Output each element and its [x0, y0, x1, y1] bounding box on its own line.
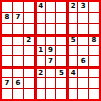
cell-r9c4-empty[interactable] [35, 89, 45, 99]
cell-r6c5-given-7: 7 [46, 56, 56, 66]
cell-r5c3-empty[interactable] [24, 46, 34, 56]
cell-r5c8-empty[interactable] [78, 46, 88, 56]
cell-r2c3-empty[interactable] [24, 13, 34, 23]
cell-r4c5-empty[interactable] [46, 35, 56, 45]
cell-r5c4-given-1: 1 [35, 46, 45, 56]
cell-r7c7-given-4: 4 [67, 67, 77, 77]
cell-r7c1-empty[interactable] [2, 67, 12, 77]
cell-r1c1-empty[interactable] [2, 2, 12, 12]
cell-r4c6-empty[interactable] [56, 35, 66, 45]
cell-r8c8-empty[interactable] [78, 78, 88, 88]
cell-r1c9-empty[interactable] [89, 2, 99, 12]
cell-r8c7-empty[interactable] [67, 78, 77, 88]
cell-r6c3-empty[interactable] [24, 56, 34, 66]
cell-r4c3-given-2: 2 [24, 35, 34, 45]
cell-r9c9-empty[interactable] [89, 89, 99, 99]
cell-r9c7-empty[interactable] [67, 89, 77, 99]
cell-r4c9-given-8: 8 [89, 35, 99, 45]
cell-r7c2-empty[interactable] [13, 67, 23, 77]
cell-r8c3-empty[interactable] [24, 78, 34, 88]
cell-r9c8-empty[interactable] [78, 89, 88, 99]
cell-r2c4-empty[interactable] [35, 13, 45, 23]
cell-r6c8-given-6: 6 [78, 56, 88, 66]
cell-r4c4-empty[interactable] [35, 35, 45, 45]
cell-r3c2-empty[interactable] [13, 24, 23, 34]
cell-r1c6-empty[interactable] [56, 2, 66, 12]
cell-r8c1-given-7: 7 [2, 78, 12, 88]
cell-r1c4-given-4: 4 [35, 2, 45, 12]
cell-r6c9-empty[interactable] [89, 56, 99, 66]
cell-r7c4-given-2: 2 [35, 67, 45, 77]
cell-r8c2-given-6: 6 [13, 78, 23, 88]
cell-r7c3-empty[interactable] [24, 67, 34, 77]
cell-r3c7-empty[interactable] [67, 24, 77, 34]
cell-r2c2-given-7: 7 [13, 13, 23, 23]
cell-r9c5-empty[interactable] [46, 89, 56, 99]
cell-r5c2-empty[interactable] [13, 46, 23, 56]
cell-r3c1-empty[interactable] [2, 24, 12, 34]
cell-r6c4-empty[interactable] [35, 56, 45, 66]
cell-r2c9-empty[interactable] [89, 13, 99, 23]
cell-r1c8-given-3: 3 [78, 2, 88, 12]
cell-r5c9-empty[interactable] [89, 46, 99, 56]
cell-r4c8-empty[interactable] [78, 35, 88, 45]
cell-r9c3-empty[interactable] [24, 89, 34, 99]
cell-r7c6-given-5: 5 [56, 67, 66, 77]
cell-r7c8-empty[interactable] [78, 67, 88, 77]
cell-r2c1-given-8: 8 [2, 13, 12, 23]
cell-r1c5-empty[interactable] [46, 2, 56, 12]
cell-r6c1-empty[interactable] [2, 56, 12, 66]
cell-r9c2-empty[interactable] [13, 89, 23, 99]
cell-r3c6-empty[interactable] [56, 24, 66, 34]
cell-r3c3-empty[interactable] [24, 24, 34, 34]
sudoku-board: 42387258197625476 [0, 0, 101, 101]
cell-r6c2-empty[interactable] [13, 56, 23, 66]
cell-r2c5-empty[interactable] [46, 13, 56, 23]
cell-r5c5-given-9: 9 [46, 46, 56, 56]
cell-r5c7-empty[interactable] [67, 46, 77, 56]
cell-r6c6-empty[interactable] [56, 56, 66, 66]
cell-r7c5-empty[interactable] [46, 67, 56, 77]
cell-r6c7-empty[interactable] [67, 56, 77, 66]
cell-r3c4-empty[interactable] [35, 24, 45, 34]
cell-r3c8-empty[interactable] [78, 24, 88, 34]
cell-r7c9-empty[interactable] [89, 67, 99, 77]
cell-r1c7-given-2: 2 [67, 2, 77, 12]
cell-r2c7-empty[interactable] [67, 13, 77, 23]
cell-r2c6-empty[interactable] [56, 13, 66, 23]
cell-r3c5-empty[interactable] [46, 24, 56, 34]
cell-r8c9-empty[interactable] [89, 78, 99, 88]
cell-r1c2-empty[interactable] [13, 2, 23, 12]
cell-r4c1-empty[interactable] [2, 35, 12, 45]
cell-r8c6-empty[interactable] [56, 78, 66, 88]
cell-r4c2-empty[interactable] [13, 35, 23, 45]
cell-r4c7-given-5: 5 [67, 35, 77, 45]
cell-r2c8-empty[interactable] [78, 13, 88, 23]
cell-r8c4-empty[interactable] [35, 78, 45, 88]
cell-r1c3-empty[interactable] [24, 2, 34, 12]
cell-r5c6-empty[interactable] [56, 46, 66, 56]
cell-r5c1-empty[interactable] [2, 46, 12, 56]
cell-r9c6-empty[interactable] [56, 89, 66, 99]
cell-r3c9-empty[interactable] [89, 24, 99, 34]
cell-r8c5-empty[interactable] [46, 78, 56, 88]
cell-r9c1-empty[interactable] [2, 89, 12, 99]
